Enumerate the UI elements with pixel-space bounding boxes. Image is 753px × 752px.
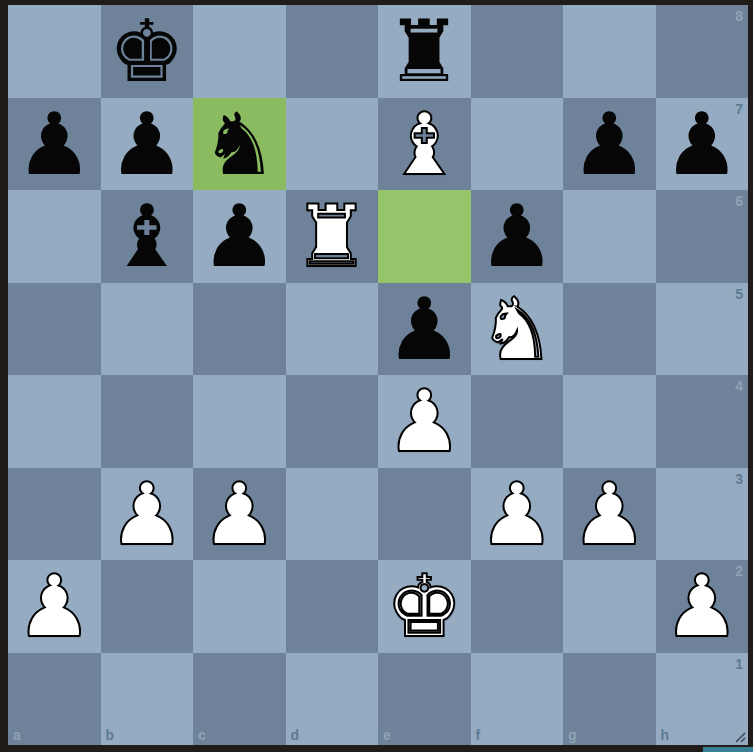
square-f8[interactable] [471, 5, 564, 98]
file-label-g: g [568, 728, 577, 742]
chess-board[interactable]: ♚♜8♟♟♞♝♟♟7♝♟♜♟6♟♞5♟4♟♟♟♟3♟♚♟2abcdefg1h [8, 5, 748, 745]
square-f7[interactable] [471, 98, 564, 191]
square-g6[interactable] [563, 190, 656, 283]
square-e4[interactable]: ♟ [378, 375, 471, 468]
rank-label-6: 6 [735, 194, 743, 208]
square-d4[interactable] [286, 375, 379, 468]
square-f6[interactable]: ♟ [471, 190, 564, 283]
square-b1[interactable]: b [101, 653, 194, 746]
file-label-a: a [13, 728, 21, 742]
square-e8[interactable]: ♜ [378, 5, 471, 98]
square-d1[interactable]: d [286, 653, 379, 746]
square-a6[interactable] [8, 190, 101, 283]
square-a4[interactable] [8, 375, 101, 468]
square-h7[interactable]: ♟7 [656, 98, 749, 191]
square-f5[interactable]: ♞ [471, 283, 564, 376]
square-a3[interactable] [8, 468, 101, 561]
square-d6[interactable]: ♜ [286, 190, 379, 283]
square-d2[interactable] [286, 560, 379, 653]
square-a8[interactable] [8, 5, 101, 98]
piece-white-pawn[interactable]: ♟ [471, 468, 564, 561]
piece-white-pawn[interactable]: ♟ [563, 468, 656, 561]
square-c2[interactable] [193, 560, 286, 653]
square-c8[interactable] [193, 5, 286, 98]
square-c6[interactable]: ♟ [193, 190, 286, 283]
piece-black-king[interactable]: ♚ [101, 5, 194, 98]
square-g4[interactable] [563, 375, 656, 468]
square-b7[interactable]: ♟ [101, 98, 194, 191]
square-g5[interactable] [563, 283, 656, 376]
square-a2[interactable]: ♟ [8, 560, 101, 653]
square-h4[interactable]: 4 [656, 375, 749, 468]
piece-white-knight[interactable]: ♞ [471, 283, 564, 376]
square-d8[interactable] [286, 5, 379, 98]
board-resize-handle-icon[interactable] [733, 730, 746, 743]
square-g2[interactable] [563, 560, 656, 653]
file-label-c: c [198, 728, 206, 742]
square-b3[interactable]: ♟ [101, 468, 194, 561]
piece-black-bishop[interactable]: ♝ [101, 190, 194, 283]
piece-black-pawn[interactable]: ♟ [563, 98, 656, 191]
piece-black-knight[interactable]: ♞ [193, 98, 286, 191]
piece-black-pawn[interactable]: ♟ [656, 98, 749, 191]
square-c4[interactable] [193, 375, 286, 468]
square-d3[interactable] [286, 468, 379, 561]
square-d5[interactable] [286, 283, 379, 376]
square-g7[interactable]: ♟ [563, 98, 656, 191]
square-h8[interactable]: 8 [656, 5, 749, 98]
file-label-d: d [291, 728, 300, 742]
rank-label-4: 4 [735, 379, 743, 393]
piece-white-pawn[interactable]: ♟ [8, 560, 101, 653]
square-f1[interactable]: f [471, 653, 564, 746]
square-g8[interactable] [563, 5, 656, 98]
piece-white-pawn[interactable]: ♟ [101, 468, 194, 561]
square-h5[interactable]: 5 [656, 283, 749, 376]
file-label-b: b [106, 728, 115, 742]
piece-white-pawn[interactable]: ♟ [656, 560, 749, 653]
piece-black-pawn[interactable]: ♟ [471, 190, 564, 283]
piece-white-bishop[interactable]: ♝ [378, 98, 471, 191]
piece-black-pawn[interactable]: ♟ [8, 98, 101, 191]
square-e3[interactable] [378, 468, 471, 561]
square-f3[interactable]: ♟ [471, 468, 564, 561]
square-b2[interactable] [101, 560, 194, 653]
square-e5[interactable]: ♟ [378, 283, 471, 376]
square-e2[interactable]: ♚ [378, 560, 471, 653]
square-a7[interactable]: ♟ [8, 98, 101, 191]
square-c5[interactable] [193, 283, 286, 376]
square-b8[interactable]: ♚ [101, 5, 194, 98]
square-e6[interactable] [378, 190, 471, 283]
square-b4[interactable] [101, 375, 194, 468]
square-d7[interactable] [286, 98, 379, 191]
piece-black-pawn[interactable]: ♟ [101, 98, 194, 191]
square-c1[interactable]: c [193, 653, 286, 746]
square-f2[interactable] [471, 560, 564, 653]
square-b6[interactable]: ♝ [101, 190, 194, 283]
square-a5[interactable] [8, 283, 101, 376]
rank-label-1: 1 [735, 657, 743, 671]
square-e1[interactable]: e [378, 653, 471, 746]
square-h3[interactable]: 3 [656, 468, 749, 561]
square-c7[interactable]: ♞ [193, 98, 286, 191]
square-h2[interactable]: ♟2 [656, 560, 749, 653]
square-f4[interactable] [471, 375, 564, 468]
square-h6[interactable]: 6 [656, 190, 749, 283]
rank-label-8: 8 [735, 9, 743, 23]
piece-black-pawn[interactable]: ♟ [193, 190, 286, 283]
bottom-right-accent-strip [703, 747, 753, 752]
rank-label-5: 5 [735, 287, 743, 301]
square-g1[interactable]: g [563, 653, 656, 746]
piece-black-pawn[interactable]: ♟ [378, 283, 471, 376]
page-background: { "game": "chess", "position": { "fen": … [0, 0, 753, 752]
piece-white-king[interactable]: ♚ [378, 560, 471, 653]
square-h1[interactable]: 1h [656, 653, 749, 746]
piece-white-rook[interactable]: ♜ [286, 190, 379, 283]
piece-white-pawn[interactable]: ♟ [193, 468, 286, 561]
file-label-f: f [476, 728, 481, 742]
square-e7[interactable]: ♝ [378, 98, 471, 191]
square-g3[interactable]: ♟ [563, 468, 656, 561]
square-a1[interactable]: a [8, 653, 101, 746]
square-c3[interactable]: ♟ [193, 468, 286, 561]
square-b5[interactable] [101, 283, 194, 376]
file-label-h: h [661, 728, 670, 742]
file-label-e: e [383, 728, 391, 742]
piece-white-pawn[interactable]: ♟ [378, 375, 471, 468]
piece-black-rook[interactable]: ♜ [378, 5, 471, 98]
rank-label-3: 3 [735, 472, 743, 486]
